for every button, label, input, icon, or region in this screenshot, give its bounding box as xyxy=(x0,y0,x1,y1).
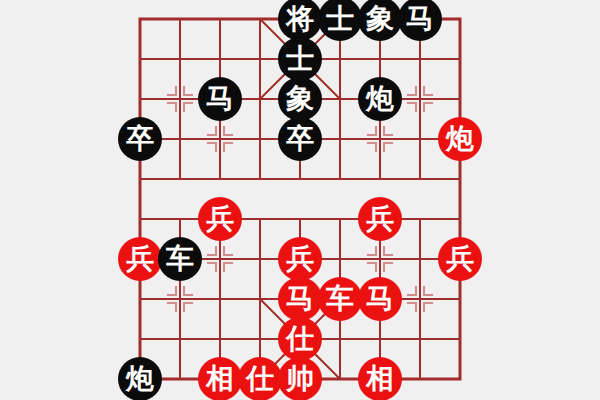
point-marker xyxy=(384,246,393,255)
piece-black-soldier[interactable]: 卒 xyxy=(278,117,322,161)
point-marker xyxy=(384,143,393,152)
piece-red-soldier[interactable]: 兵 xyxy=(278,237,322,281)
point-marker xyxy=(184,286,193,295)
piece-red-soldier[interactable]: 兵 xyxy=(438,237,482,281)
point-marker xyxy=(407,103,416,112)
point-marker xyxy=(384,126,393,135)
point-marker xyxy=(367,126,376,135)
point-marker xyxy=(367,143,376,152)
piece-red-elephant[interactable]: 相 xyxy=(198,357,242,400)
piece-red-advisor[interactable]: 仕 xyxy=(238,357,282,400)
point-marker xyxy=(207,126,216,135)
point-marker xyxy=(224,126,233,135)
piece-black-horse[interactable]: 马 xyxy=(198,77,242,121)
piece-black-elephant[interactable]: 象 xyxy=(278,77,322,121)
piece-red-soldier[interactable]: 兵 xyxy=(198,197,242,241)
point-marker xyxy=(424,286,433,295)
point-marker xyxy=(167,286,176,295)
point-marker xyxy=(207,263,216,272)
point-marker xyxy=(207,246,216,255)
piece-black-chariot[interactable]: 车 xyxy=(158,237,202,281)
piece-black-cannon[interactable]: 炮 xyxy=(118,357,162,400)
piece-red-elephant[interactable]: 相 xyxy=(358,357,402,400)
point-marker xyxy=(184,303,193,312)
piece-red-advisor[interactable]: 仕 xyxy=(278,317,322,361)
piece-red-horse[interactable]: 马 xyxy=(358,277,402,321)
piece-red-horse[interactable]: 马 xyxy=(278,277,322,321)
piece-red-cannon[interactable]: 炮 xyxy=(438,117,482,161)
point-marker xyxy=(167,303,176,312)
piece-black-advisor[interactable]: 士 xyxy=(278,37,322,81)
point-marker xyxy=(424,86,433,95)
point-marker xyxy=(224,143,233,152)
point-marker xyxy=(224,246,233,255)
point-marker xyxy=(367,263,376,272)
xiangqi-board[interactable]: 将士象马士马象炮卒卒炮兵兵兵车兵兵马车马仕炮相仕帅相 xyxy=(0,0,600,400)
point-marker xyxy=(407,303,416,312)
point-marker xyxy=(384,263,393,272)
piece-red-soldier[interactable]: 兵 xyxy=(358,197,402,241)
piece-black-soldier[interactable]: 卒 xyxy=(118,117,162,161)
point-marker xyxy=(184,86,193,95)
point-marker xyxy=(167,103,176,112)
point-marker xyxy=(407,86,416,95)
piece-red-soldier[interactable]: 兵 xyxy=(118,237,162,281)
point-marker xyxy=(224,263,233,272)
piece-black-cannon[interactable]: 炮 xyxy=(358,77,402,121)
piece-red-general[interactable]: 帅 xyxy=(278,357,322,400)
point-marker xyxy=(167,86,176,95)
point-marker xyxy=(184,103,193,112)
point-marker xyxy=(424,303,433,312)
point-marker xyxy=(407,286,416,295)
piece-red-chariot[interactable]: 车 xyxy=(318,277,362,321)
point-marker xyxy=(367,246,376,255)
point-marker xyxy=(424,103,433,112)
point-marker xyxy=(207,143,216,152)
